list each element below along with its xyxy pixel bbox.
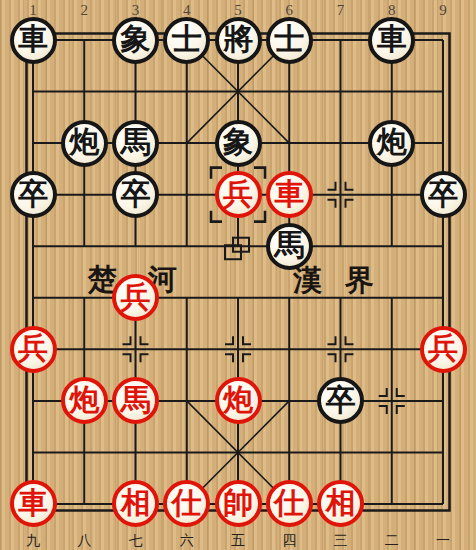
piece-glyph: 炮	[69, 127, 99, 157]
piece-black-cannon[interactable]: 炮	[61, 120, 108, 167]
piece-red-soldier[interactable]: 兵	[215, 171, 262, 218]
file-label-bottom: 六	[180, 533, 194, 549]
piece-red-advisor[interactable]: 仕	[266, 480, 313, 527]
piece-red-soldier[interactable]: 兵	[420, 326, 467, 373]
piece-glyph: 卒	[121, 179, 151, 209]
piece-glyph: 相	[121, 488, 151, 518]
piece-glyph: 卒	[428, 179, 458, 209]
file-label-bottom: 五	[231, 533, 245, 549]
piece-red-chariot[interactable]: 車	[266, 171, 313, 218]
piece-red-cannon[interactable]: 炮	[61, 377, 108, 424]
piece-red-soldier[interactable]: 兵	[10, 326, 57, 373]
file-label-bottom: 七	[129, 533, 143, 549]
piece-glyph: 仕	[274, 488, 304, 518]
piece-glyph: 象	[223, 127, 253, 157]
xiangqi-board: 123456789 九八七六五四三二一 楚河 漢界 車象士將士車炮馬象炮卒卒兵車…	[0, 0, 476, 550]
file-label-top: 9	[439, 2, 447, 18]
piece-black-horse[interactable]: 馬	[112, 120, 159, 167]
river-text-right: 漢界	[293, 261, 397, 301]
piece-glyph: 兵	[18, 333, 48, 363]
piece-black-general[interactable]: 將	[215, 17, 262, 64]
piece-glyph: 兵	[121, 282, 151, 312]
piece-glyph: 士	[172, 24, 202, 54]
piece-glyph: 馬	[121, 385, 151, 415]
piece-glyph: 將	[223, 24, 253, 54]
piece-black-chariot[interactable]: 車	[368, 17, 415, 64]
piece-glyph: 車	[18, 24, 48, 54]
board-grid	[0, 0, 476, 550]
piece-glyph: 帥	[223, 488, 253, 518]
piece-red-cannon[interactable]: 炮	[215, 377, 262, 424]
file-label-bottom: 三	[334, 533, 348, 549]
piece-glyph: 炮	[223, 385, 253, 415]
piece-glyph: 車	[274, 179, 304, 209]
piece-black-advisor[interactable]: 士	[266, 17, 313, 64]
piece-black-horse[interactable]: 馬	[266, 223, 313, 270]
file-label-top: 8	[388, 2, 396, 18]
file-label-top: 3	[132, 2, 140, 18]
piece-black-elephant[interactable]: 象	[112, 17, 159, 64]
piece-glyph: 車	[377, 24, 407, 54]
piece-glyph: 炮	[377, 127, 407, 157]
file-label-top: 6	[286, 2, 294, 18]
file-label-top: 1	[29, 2, 37, 18]
piece-black-soldier[interactable]: 卒	[420, 171, 467, 218]
piece-black-chariot[interactable]: 車	[10, 17, 57, 64]
piece-black-advisor[interactable]: 士	[163, 17, 210, 64]
piece-glyph: 卒	[326, 385, 356, 415]
file-label-top: 5	[234, 2, 242, 18]
piece-glyph: 仕	[172, 488, 202, 518]
piece-red-chariot[interactable]: 車	[10, 480, 57, 527]
piece-glyph: 象	[121, 24, 151, 54]
piece-glyph: 車	[18, 488, 48, 518]
piece-red-general[interactable]: 帥	[215, 480, 262, 527]
piece-black-elephant[interactable]: 象	[215, 120, 262, 167]
file-label-bottom: 八	[77, 533, 91, 549]
file-label-top: 2	[81, 2, 89, 18]
piece-glyph: 馬	[274, 230, 304, 260]
piece-glyph: 兵	[223, 179, 253, 209]
file-label-bottom: 二	[385, 533, 399, 549]
file-label-top: 7	[337, 2, 345, 18]
piece-glyph: 馬	[121, 127, 151, 157]
piece-black-cannon[interactable]: 炮	[368, 120, 415, 167]
file-label-bottom: 九	[26, 533, 40, 549]
piece-red-soldier[interactable]: 兵	[112, 274, 159, 321]
piece-black-soldier[interactable]: 卒	[10, 171, 57, 218]
file-label-bottom: 一	[436, 533, 450, 549]
piece-glyph: 兵	[428, 333, 458, 363]
piece-glyph: 士	[274, 24, 304, 54]
file-label-bottom: 四	[282, 533, 296, 549]
file-label-top: 4	[183, 2, 191, 18]
piece-black-soldier[interactable]: 卒	[112, 171, 159, 218]
piece-glyph: 卒	[18, 179, 48, 209]
piece-glyph: 炮	[69, 385, 99, 415]
piece-glyph: 相	[326, 488, 356, 518]
